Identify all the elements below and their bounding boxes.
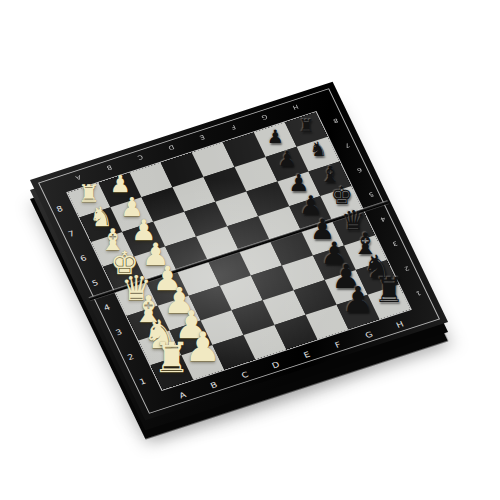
chess-set-product-photo: 1122334455667788AABBCCDDEEFFGGHH ♜♟♟♜♞♟♟… (0, 0, 500, 500)
piece-white-rook-a1: ♜ (153, 337, 190, 379)
piece-black-knight-h7: ♞ (309, 140, 327, 160)
piece-black-rook-h8: ♜ (298, 118, 314, 135)
piece-black-pawn-g7: ♟ (278, 149, 297, 170)
piece-black-rook-h1: ♜ (374, 273, 405, 308)
piece-black-pawn-g1: ♟ (342, 282, 374, 318)
pieces-layer: ♜♟♟♜♞♟♟♞♝♟♟♝♚♟♟♚♛♟♟♛♝♟♟♝♞♟♟♞♜♟♟♜ (0, 0, 500, 500)
piece-black-pawn-g8: ♟ (267, 127, 284, 145)
